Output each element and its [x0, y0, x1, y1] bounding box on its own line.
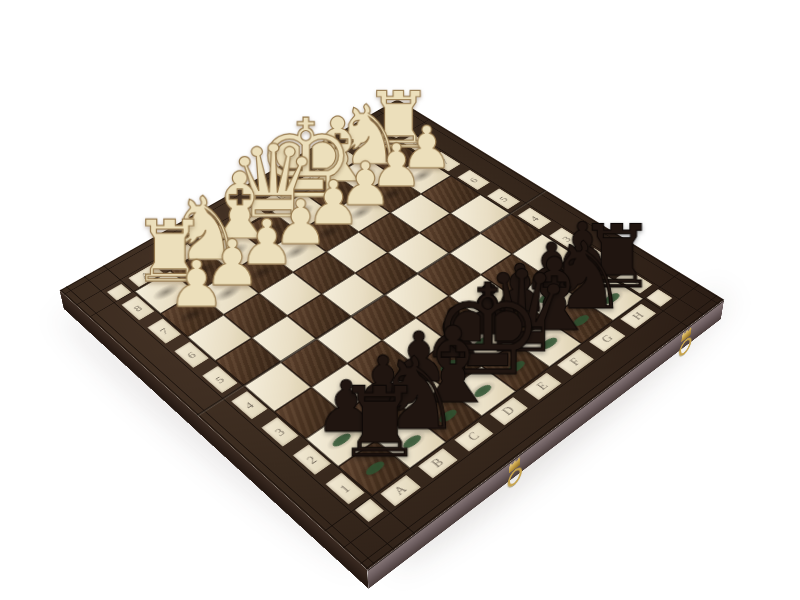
file-label-far: G	[327, 151, 359, 171]
piece-shadow	[343, 201, 378, 223]
square-d8	[239, 212, 299, 252]
frame-corner-inlay	[386, 125, 408, 139]
piece-shadow	[284, 201, 319, 223]
file-label-far: C	[198, 224, 232, 246]
rank-label: 7	[147, 319, 181, 345]
latch-ring-icon	[677, 335, 694, 358]
file-label-far: E	[264, 187, 297, 208]
square-g7	[362, 175, 421, 213]
square-e7	[298, 212, 358, 252]
rank-label-far: 7	[428, 152, 460, 172]
piece-white-knight: ♞	[304, 94, 432, 176]
square-f8	[304, 175, 362, 212]
square-h8	[365, 140, 422, 175]
piece-white-bishop: ♝	[172, 160, 307, 252]
piece-shadow	[347, 165, 381, 186]
file-label: A	[380, 474, 421, 506]
piece-black-rook: ♜	[300, 373, 458, 470]
piece-shadow	[278, 240, 314, 263]
board-top: AABBCCDDEEFFGGHH1122334455667788♜♞♝♛♚♝♞♜…	[60, 99, 725, 570]
chess-board: AABBCCDDEEFFGGHH1122334455667788♜♞♝♛♚♝♞♜…	[60, 99, 725, 570]
piece-shadow	[405, 165, 439, 186]
board-tilt-wrapper: AABBCCDDEEFFGGHH1122334455667788♜♞♝♛♚♝♞♜…	[134, 44, 636, 546]
photo-scene: AABBCCDDEEFFGGHH1122334455667788♜♞♝♛♚♝♞♜…	[0, 0, 800, 600]
square-h6	[421, 176, 480, 214]
square-e5	[355, 253, 418, 295]
latch-icon	[507, 456, 521, 490]
rank-label-far: 5	[487, 188, 520, 209]
piece-white-pawn: ♟	[125, 252, 266, 317]
square-f6	[359, 213, 420, 253]
latch-ring-icon	[506, 465, 524, 490]
square-d6	[293, 252, 355, 294]
